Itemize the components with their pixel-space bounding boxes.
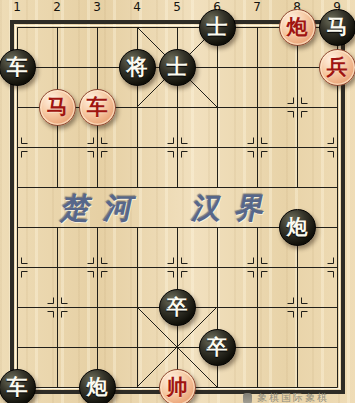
- piece-red-soldier[interactable]: 兵: [319, 49, 355, 86]
- piece-red-chariot[interactable]: 车: [79, 89, 116, 126]
- piece-black-chariot[interactable]: 车: [0, 49, 36, 86]
- watermark-text: 象棋国际象棋: [257, 391, 329, 403]
- piece-black-cannon[interactable]: 炮: [279, 209, 316, 246]
- piece-black-cannon[interactable]: 炮: [79, 369, 116, 403]
- piece-red-horse[interactable]: 马: [39, 89, 76, 126]
- piece-black-advisor[interactable]: 士: [199, 9, 236, 46]
- watermark: 象棋国际象棋: [243, 391, 329, 403]
- watermark-logo-icon: [243, 393, 252, 403]
- piece-black-soldier[interactable]: 卒: [199, 329, 236, 366]
- piece-black-advisor[interactable]: 士: [159, 49, 196, 86]
- piece-black-general[interactable]: 将: [119, 49, 156, 86]
- piece-black-chariot[interactable]: 车: [0, 369, 36, 403]
- piece-red-cannon[interactable]: 炮: [279, 9, 316, 46]
- piece-black-soldier[interactable]: 卒: [159, 289, 196, 326]
- piece-red-general[interactable]: 帅: [159, 369, 196, 403]
- piece-black-horse[interactable]: 马: [319, 9, 355, 46]
- board[interactable]: 士炮马车将士兵马车炮卒卒车炮帅: [0, 7, 355, 403]
